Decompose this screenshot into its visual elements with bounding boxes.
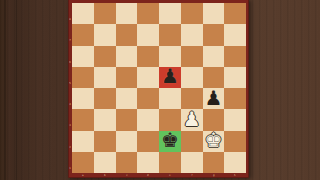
square-c5[interactable] [116, 67, 138, 88]
square-d2[interactable] [137, 131, 159, 152]
square-f8[interactable] [181, 3, 203, 24]
square-a1[interactable] [72, 152, 94, 173]
square-e6[interactable] [159, 46, 181, 67]
square-c3[interactable] [116, 109, 138, 130]
square-d6[interactable] [137, 46, 159, 67]
square-b8[interactable] [94, 3, 116, 24]
wood-seam [16, 0, 17, 180]
square-c2[interactable] [116, 131, 138, 152]
app-background: 87654321 abcdefgh ♟♟♟♚♚ [0, 0, 320, 180]
square-f5[interactable] [181, 67, 203, 88]
square-d7[interactable] [137, 24, 159, 45]
square-c6[interactable] [116, 46, 138, 67]
square-h6[interactable] [224, 46, 246, 67]
rank-label-1: 1 [69, 155, 72, 169]
square-e4[interactable] [159, 88, 181, 109]
square-g1[interactable] [203, 152, 225, 173]
square-h8[interactable] [224, 3, 246, 24]
square-a5[interactable] [72, 67, 94, 88]
square-a8[interactable] [72, 3, 94, 24]
square-f7[interactable] [181, 24, 203, 45]
square-g6[interactable] [203, 46, 225, 67]
chess-board-frame: 87654321 abcdefgh ♟♟♟♚♚ [68, 0, 249, 178]
white-pawn[interactable]: ♟ [183, 109, 201, 129]
square-a2[interactable] [72, 131, 94, 152]
rank-label-5: 5 [69, 70, 72, 84]
square-c8[interactable] [116, 3, 138, 24]
square-e5[interactable]: ♟ [159, 67, 181, 88]
square-d1[interactable] [137, 152, 159, 173]
square-b3[interactable] [94, 109, 116, 130]
square-d3[interactable] [137, 109, 159, 130]
square-g3[interactable] [203, 109, 225, 130]
square-g4[interactable]: ♟ [203, 88, 225, 109]
square-a7[interactable] [72, 24, 94, 45]
rank-label-4: 4 [69, 92, 72, 106]
square-e8[interactable] [159, 3, 181, 24]
square-b1[interactable] [94, 152, 116, 173]
black-king[interactable]: ♚ [161, 131, 179, 151]
file-label-f: f [185, 174, 199, 177]
wood-seam [4, 0, 6, 180]
rank-label-7: 7 [69, 28, 72, 42]
square-b4[interactable] [94, 88, 116, 109]
square-c1[interactable] [116, 152, 138, 173]
file-label-h: h [228, 174, 242, 177]
square-f3[interactable]: ♟ [181, 109, 203, 130]
black-pawn[interactable]: ♟ [161, 67, 179, 87]
square-h2[interactable] [224, 131, 246, 152]
square-f1[interactable] [181, 152, 203, 173]
square-b2[interactable] [94, 131, 116, 152]
rank-label-6: 6 [69, 49, 72, 63]
square-b5[interactable] [94, 67, 116, 88]
square-f4[interactable] [181, 88, 203, 109]
square-h5[interactable] [224, 67, 246, 88]
rank-label-2: 2 [69, 134, 72, 148]
file-label-b: b [98, 174, 112, 177]
square-g2[interactable]: ♚ [203, 131, 225, 152]
file-labels: abcdefgh [72, 173, 246, 178]
square-g7[interactable] [203, 24, 225, 45]
file-label-c: c [119, 174, 133, 177]
square-d5[interactable] [137, 67, 159, 88]
square-c4[interactable] [116, 88, 138, 109]
rank-label-8: 8 [69, 7, 72, 21]
file-label-e: e [163, 174, 177, 177]
file-label-d: d [141, 174, 155, 177]
square-e1[interactable] [159, 152, 181, 173]
square-h4[interactable] [224, 88, 246, 109]
chess-board[interactable]: ♟♟♟♚♚ [72, 3, 246, 173]
square-e7[interactable] [159, 24, 181, 45]
square-a6[interactable] [72, 46, 94, 67]
square-b7[interactable] [94, 24, 116, 45]
white-king[interactable]: ♚ [204, 131, 222, 151]
square-f2[interactable] [181, 131, 203, 152]
square-d8[interactable] [137, 3, 159, 24]
rank-label-3: 3 [69, 113, 72, 127]
file-label-g: g [206, 174, 220, 177]
square-h1[interactable] [224, 152, 246, 173]
file-label-a: a [76, 174, 90, 177]
square-b6[interactable] [94, 46, 116, 67]
square-d4[interactable] [137, 88, 159, 109]
square-a4[interactable] [72, 88, 94, 109]
square-f6[interactable] [181, 46, 203, 67]
square-h3[interactable] [224, 109, 246, 130]
black-pawn[interactable]: ♟ [204, 88, 222, 108]
square-a3[interactable] [72, 109, 94, 130]
square-g5[interactable] [203, 67, 225, 88]
square-h7[interactable] [224, 24, 246, 45]
square-e3[interactable] [159, 109, 181, 130]
square-e2[interactable]: ♚ [159, 131, 181, 152]
square-c7[interactable] [116, 24, 138, 45]
square-g8[interactable] [203, 3, 225, 24]
